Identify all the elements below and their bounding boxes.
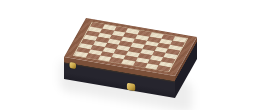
board-cell — [157, 65, 171, 71]
brass-clasp — [127, 83, 135, 91]
brass-hinge — [70, 62, 76, 69]
product-photo — [0, 0, 260, 110]
